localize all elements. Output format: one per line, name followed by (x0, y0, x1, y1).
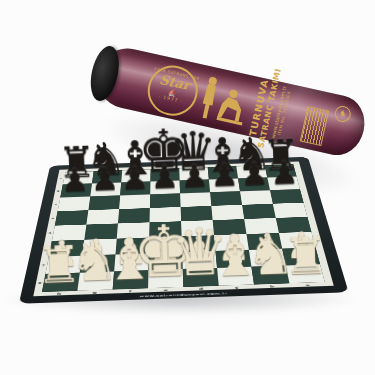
square (149, 221, 181, 237)
square: ♜ (63, 171, 94, 184)
square (270, 189, 304, 204)
square: ♟ (216, 250, 252, 268)
square (52, 225, 87, 241)
square: ♞ (236, 165, 267, 178)
board-frame: ♜♞♝♚♛♝♞♜♟♟♟♟♟♟♟♟♟♟♟♟♟♟♟♟♜♞♝♚♛♝♞♜ hgfedcb… (33, 161, 334, 296)
square (149, 236, 182, 253)
square: ♞ (251, 266, 289, 285)
square: ♛ (183, 268, 219, 287)
square: ♟ (267, 176, 300, 190)
square (182, 235, 216, 252)
square (88, 195, 120, 210)
square: ♟ (60, 184, 92, 198)
square: ♟ (150, 180, 180, 194)
square (118, 208, 150, 223)
square (150, 207, 182, 222)
square: ♟ (45, 256, 82, 274)
square (117, 222, 150, 238)
square (58, 197, 91, 212)
square (273, 203, 308, 218)
product-photo: STAR SATRANÇ TAKIMI Star ⛵ · 1977 · TURN… (0, 0, 375, 375)
file-label: h (41, 291, 77, 296)
board-grid: ♜♞♝♚♛♝♞♜♟♟♟♟♟♟♟♟♟♟♟♟♟♟♟♟♜♞♝♚♛♝♞♜ (42, 164, 325, 292)
square: ♞ (92, 170, 122, 183)
square (181, 206, 213, 221)
file-label: b (254, 284, 290, 289)
square (210, 191, 242, 206)
square: ♟ (238, 177, 270, 191)
square (246, 233, 282, 250)
square: ♛ (179, 167, 209, 180)
square: ♟ (114, 253, 149, 271)
square: ♟ (249, 249, 286, 267)
square: ♟ (182, 251, 217, 269)
square (84, 223, 118, 239)
square (82, 239, 117, 256)
square (213, 219, 247, 235)
square: ♟ (282, 248, 320, 266)
square: ♚ (150, 168, 179, 181)
square: ♝ (121, 169, 150, 182)
square: ♝ (113, 270, 149, 289)
square: ♝ (217, 267, 254, 286)
square: ♜ (265, 164, 297, 177)
square: ♟ (80, 255, 116, 273)
square (181, 220, 214, 236)
square (150, 193, 181, 208)
square: ♟ (120, 182, 150, 196)
square (240, 190, 273, 205)
square (115, 237, 149, 254)
square (49, 240, 85, 257)
square: ♟ (148, 252, 182, 270)
black-rook: ♜ (261, 133, 300, 176)
square (276, 217, 312, 233)
square: ♟ (90, 183, 121, 197)
square: ♚ (148, 269, 183, 288)
square (211, 205, 244, 220)
square: ♟ (209, 178, 240, 192)
square (244, 218, 279, 234)
square: ♝ (208, 166, 238, 179)
file-label: d (183, 286, 219, 291)
square (119, 194, 150, 209)
chess-board: ♜♞♝♚♛♝♞♜♟♟♟♟♟♟♟♟♟♟♟♟♟♟♟♟♜♞♝♚♛♝♞♜ hgfedcb… (19, 157, 349, 304)
square (242, 204, 276, 219)
square: ♜ (286, 264, 325, 283)
square (180, 192, 211, 207)
file-label: e (148, 287, 184, 292)
file-label: a (289, 282, 325, 287)
file-label: c (219, 285, 255, 290)
square (279, 232, 316, 249)
square (214, 234, 249, 251)
file-label: f (112, 288, 148, 293)
square: ♜ (42, 273, 80, 292)
square: ♟ (180, 179, 210, 193)
square: ♞ (77, 272, 114, 291)
square (86, 209, 119, 224)
square (55, 210, 89, 225)
